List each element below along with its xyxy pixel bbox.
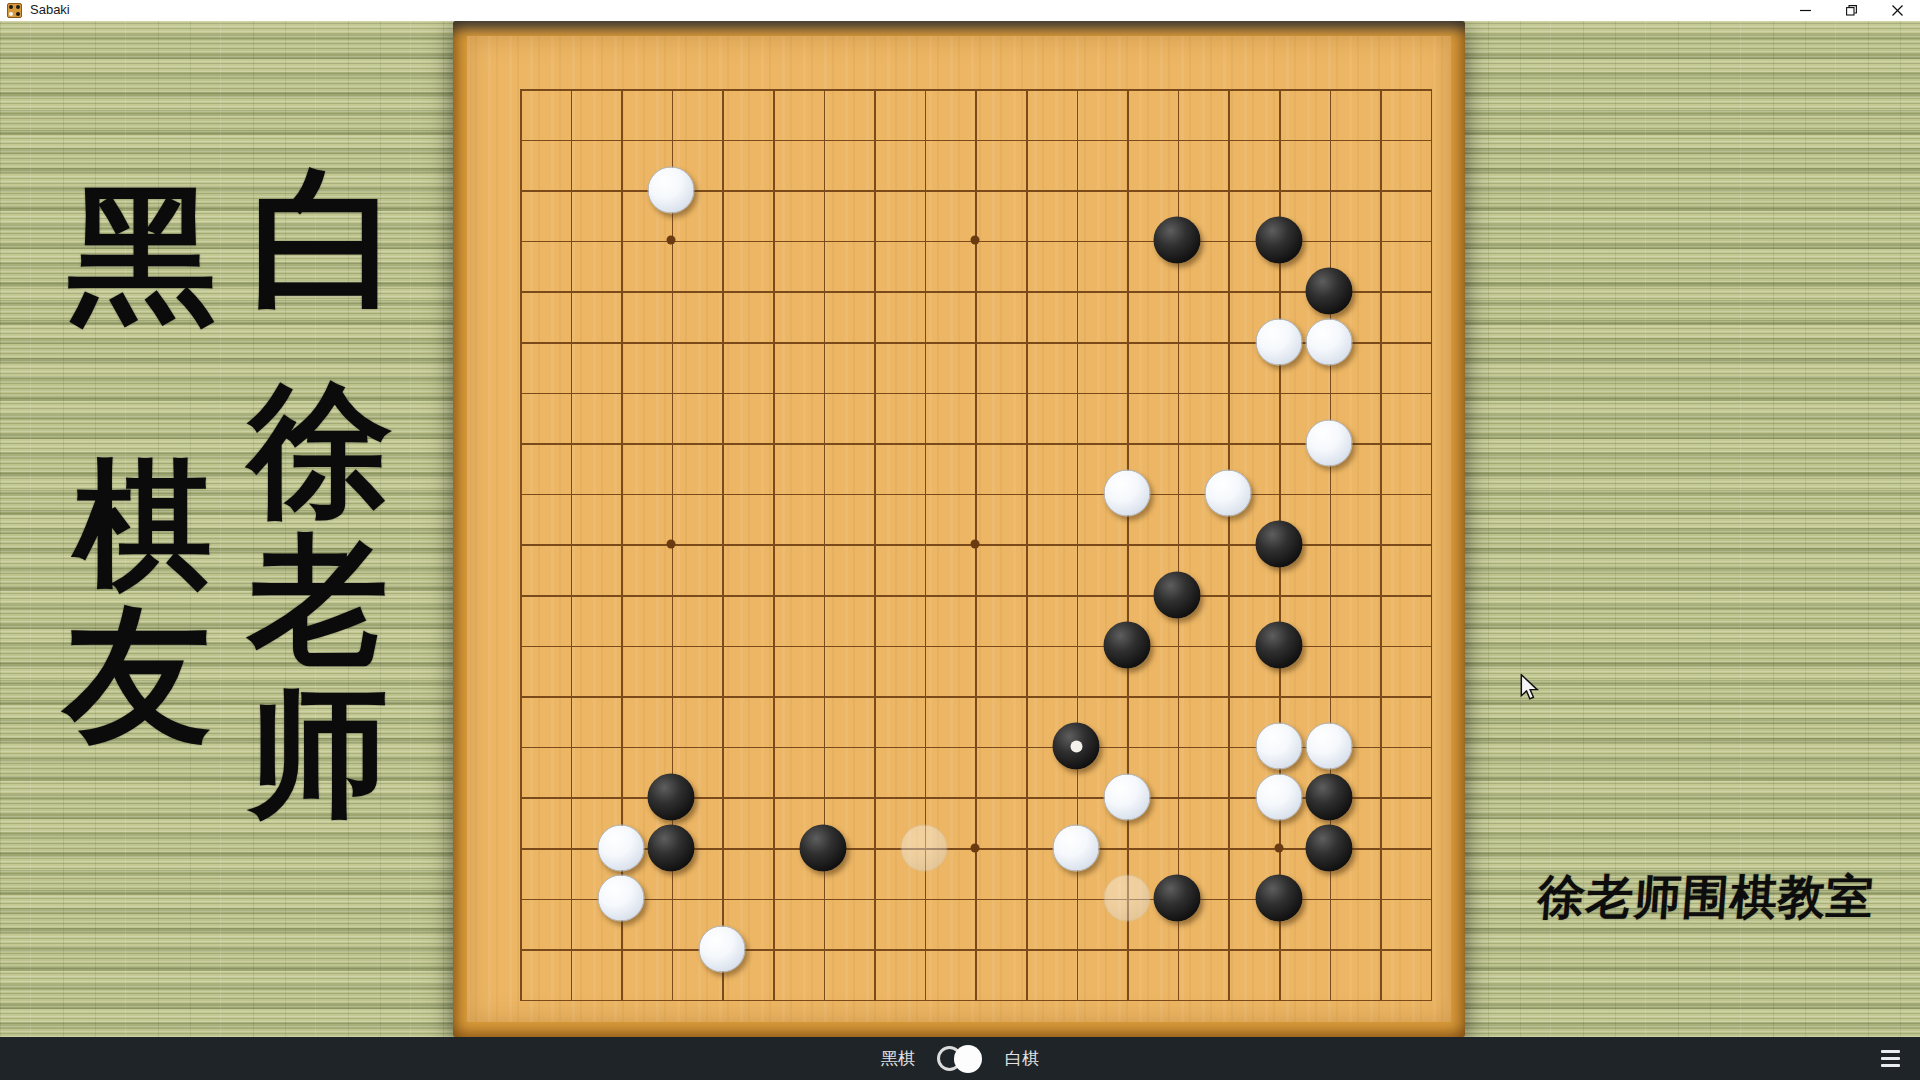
hamburger-icon (1881, 1050, 1900, 1068)
calligraphy-char: 黑 (68, 181, 216, 329)
minimize-icon (1800, 5, 1811, 16)
stone-white-N11 (1103, 470, 1150, 517)
stone-black-Q3 (1255, 875, 1302, 922)
star-point (971, 236, 980, 245)
close-icon (1892, 5, 1903, 16)
stone-black-Q16 (1255, 217, 1302, 264)
go-board (453, 21, 1465, 1037)
stone-black-M6 (1053, 723, 1100, 770)
menu-button[interactable] (1872, 1037, 1908, 1080)
restore-button[interactable] (1828, 0, 1874, 21)
stone-white-Q5 (1255, 774, 1302, 821)
stone-white-R14 (1306, 318, 1353, 365)
app-window: { "window": { "title": "Sabaki", "contro… (0, 0, 1920, 1080)
stone-white-E2 (699, 925, 746, 972)
star-point (1274, 843, 1283, 852)
ghost-stone-white-N3 (1103, 875, 1150, 922)
sabaki-app-icon (7, 3, 22, 18)
star-point (667, 236, 676, 245)
calligraphy-char: 白 (250, 163, 402, 315)
white-stone-icon (954, 1045, 982, 1073)
window-title: Sabaki (30, 2, 70, 17)
calligraphy-char: 徐 (248, 379, 392, 523)
stone-black-R4 (1306, 824, 1353, 871)
stone-white-D17 (648, 166, 695, 213)
stone-white-C3 (597, 875, 644, 922)
board-grid[interactable] (520, 89, 1432, 1001)
stone-white-Q6 (1255, 723, 1302, 770)
close-button[interactable] (1874, 0, 1920, 21)
ghost-stone-white-J4 (901, 824, 948, 871)
stone-black-O3 (1154, 875, 1201, 922)
stone-white-R6 (1306, 723, 1353, 770)
star-point (971, 540, 980, 549)
stone-white-M4 (1053, 824, 1100, 871)
minimize-button[interactable] (1782, 0, 1828, 21)
stone-black-O16 (1154, 217, 1201, 264)
stone-black-R15 (1306, 268, 1353, 315)
stone-black-G4 (800, 824, 847, 871)
star-point (971, 843, 980, 852)
mouse-cursor (1519, 674, 1541, 704)
restore-icon (1846, 5, 1857, 16)
stone-black-O9 (1154, 571, 1201, 618)
stone-white-N5 (1103, 774, 1150, 821)
stone-black-R5 (1306, 774, 1353, 821)
stone-black-Q10 (1255, 521, 1302, 568)
black-player-label: 黑棋 (881, 1047, 915, 1070)
white-player-label: 白棋 (1005, 1047, 1039, 1070)
stone-black-D4 (648, 824, 695, 871)
watermark-text: 徐老师围棋教室 (1536, 866, 1876, 929)
stone-white-P11 (1205, 470, 1252, 517)
player-turn-toggle[interactable] (937, 1045, 983, 1073)
title-bar: Sabaki (0, 0, 1920, 21)
calligraphy-char: 师 (248, 683, 388, 823)
stone-white-Q14 (1255, 318, 1302, 365)
stone-black-Q8 (1255, 622, 1302, 669)
last-move-marker (1070, 740, 1082, 752)
calligraphy-char: 老 (248, 531, 388, 671)
stone-black-N8 (1103, 622, 1150, 669)
stone-white-R12 (1306, 419, 1353, 466)
calligraphy-char: 友 (64, 601, 212, 749)
star-point (667, 540, 676, 549)
stone-black-D5 (648, 774, 695, 821)
calligraphy-char: 棋 (74, 455, 212, 593)
bottom-bar: 黑棋 白棋 (0, 1037, 1920, 1080)
stone-white-C4 (597, 824, 644, 871)
board-face (467, 36, 1451, 1022)
